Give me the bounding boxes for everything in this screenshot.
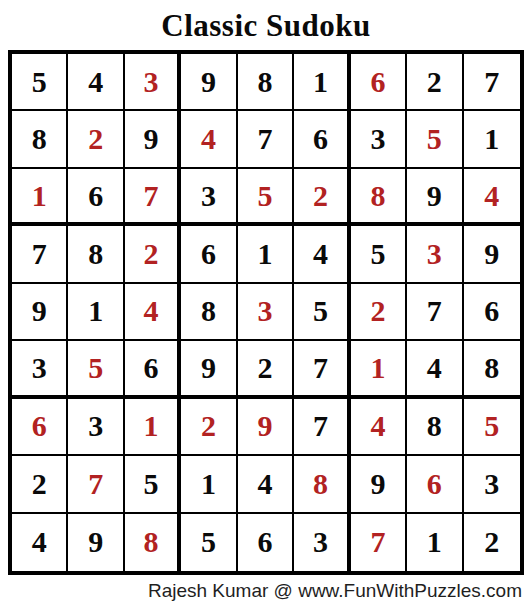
- cell-r7c9[interactable]: 5: [464, 399, 520, 456]
- cell-r7c8[interactable]: 8: [407, 399, 463, 456]
- cell-r4c4[interactable]: 6: [181, 226, 237, 283]
- cell-r5c5[interactable]: 3: [238, 284, 294, 341]
- cell-r2c4[interactable]: 4: [181, 111, 237, 168]
- cell-r2c8[interactable]: 5: [407, 111, 463, 168]
- cell-r9c8[interactable]: 1: [407, 514, 463, 571]
- cell-r3c2[interactable]: 6: [68, 169, 124, 226]
- cell-r3c1[interactable]: 1: [12, 169, 68, 226]
- cell-r1c7[interactable]: 6: [351, 54, 407, 111]
- footer-credit: Rajesh Kumar @ www.FunWithPuzzles.com: [148, 580, 522, 602]
- cell-r4c7[interactable]: 5: [351, 226, 407, 283]
- cell-r6c9[interactable]: 8: [464, 341, 520, 398]
- cell-r5c3[interactable]: 4: [125, 284, 181, 341]
- cell-r8c6[interactable]: 8: [294, 456, 350, 513]
- cell-r9c5[interactable]: 6: [238, 514, 294, 571]
- cell-r2c5[interactable]: 7: [238, 111, 294, 168]
- cell-r2c9[interactable]: 1: [464, 111, 520, 168]
- cell-r7c5[interactable]: 9: [238, 399, 294, 456]
- cell-r6c8[interactable]: 4: [407, 341, 463, 398]
- cell-r5c1[interactable]: 9: [12, 284, 68, 341]
- cell-r5c9[interactable]: 6: [464, 284, 520, 341]
- cell-r5c8[interactable]: 7: [407, 284, 463, 341]
- cell-r8c9[interactable]: 3: [464, 456, 520, 513]
- cell-r6c5[interactable]: 2: [238, 341, 294, 398]
- cell-r8c1[interactable]: 2: [12, 456, 68, 513]
- cell-r6c1[interactable]: 3: [12, 341, 68, 398]
- cell-r6c7[interactable]: 1: [351, 341, 407, 398]
- cell-r3c3[interactable]: 7: [125, 169, 181, 226]
- cell-r8c4[interactable]: 1: [181, 456, 237, 513]
- cell-r2c2[interactable]: 2: [68, 111, 124, 168]
- page-title: Classic Sudoku: [0, 0, 532, 44]
- cell-r9c7[interactable]: 7: [351, 514, 407, 571]
- cell-r5c6[interactable]: 5: [294, 284, 350, 341]
- cell-r7c6[interactable]: 7: [294, 399, 350, 456]
- cell-r1c5[interactable]: 8: [238, 54, 294, 111]
- cell-r8c8[interactable]: 6: [407, 456, 463, 513]
- cell-r1c6[interactable]: 1: [294, 54, 350, 111]
- cell-r4c9[interactable]: 9: [464, 226, 520, 283]
- cell-r9c1[interactable]: 4: [12, 514, 68, 571]
- cell-r8c7[interactable]: 9: [351, 456, 407, 513]
- cell-r4c8[interactable]: 3: [407, 226, 463, 283]
- cell-r1c9[interactable]: 7: [464, 54, 520, 111]
- cell-r4c3[interactable]: 2: [125, 226, 181, 283]
- cell-r7c2[interactable]: 3: [68, 399, 124, 456]
- cell-r1c4[interactable]: 9: [181, 54, 237, 111]
- cell-r9c2[interactable]: 9: [68, 514, 124, 571]
- cell-r9c6[interactable]: 3: [294, 514, 350, 571]
- cell-r7c4[interactable]: 2: [181, 399, 237, 456]
- cell-r1c2[interactable]: 4: [68, 54, 124, 111]
- cell-r2c6[interactable]: 6: [294, 111, 350, 168]
- cell-r9c3[interactable]: 8: [125, 514, 181, 571]
- cell-r9c4[interactable]: 5: [181, 514, 237, 571]
- cell-r2c1[interactable]: 8: [12, 111, 68, 168]
- cell-r5c4[interactable]: 8: [181, 284, 237, 341]
- cell-r6c6[interactable]: 7: [294, 341, 350, 398]
- cell-r8c3[interactable]: 5: [125, 456, 181, 513]
- cell-r2c3[interactable]: 9: [125, 111, 181, 168]
- cell-r4c2[interactable]: 8: [68, 226, 124, 283]
- cell-r6c4[interactable]: 9: [181, 341, 237, 398]
- cell-r2c7[interactable]: 3: [351, 111, 407, 168]
- cell-r4c1[interactable]: 7: [12, 226, 68, 283]
- cell-r3c6[interactable]: 2: [294, 169, 350, 226]
- cell-r5c2[interactable]: 1: [68, 284, 124, 341]
- cell-r3c9[interactable]: 4: [464, 169, 520, 226]
- cell-r3c7[interactable]: 8: [351, 169, 407, 226]
- cell-r6c3[interactable]: 6: [125, 341, 181, 398]
- cell-r1c1[interactable]: 5: [12, 54, 68, 111]
- cell-r7c1[interactable]: 6: [12, 399, 68, 456]
- cell-r4c6[interactable]: 4: [294, 226, 350, 283]
- cell-r1c3[interactable]: 3: [125, 54, 181, 111]
- cell-r3c5[interactable]: 5: [238, 169, 294, 226]
- cell-r5c7[interactable]: 2: [351, 284, 407, 341]
- cell-r1c8[interactable]: 2: [407, 54, 463, 111]
- cell-r9c9[interactable]: 2: [464, 514, 520, 571]
- cell-r3c8[interactable]: 9: [407, 169, 463, 226]
- sudoku-board: 5439816278294763511673528947826145399148…: [8, 50, 524, 575]
- cell-r7c7[interactable]: 4: [351, 399, 407, 456]
- cell-r8c2[interactable]: 7: [68, 456, 124, 513]
- cell-r4c5[interactable]: 1: [238, 226, 294, 283]
- cell-r8c5[interactable]: 4: [238, 456, 294, 513]
- cell-r6c2[interactable]: 5: [68, 341, 124, 398]
- cell-r3c4[interactable]: 3: [181, 169, 237, 226]
- cell-r7c3[interactable]: 1: [125, 399, 181, 456]
